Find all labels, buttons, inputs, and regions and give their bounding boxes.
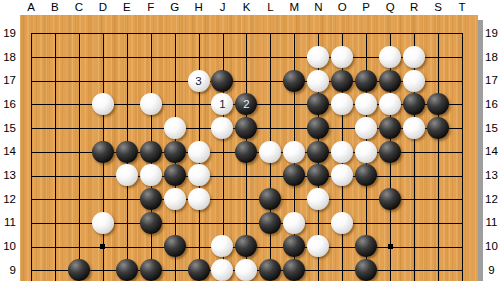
stone-white-K9[interactable] (235, 259, 257, 281)
intersection-D10[interactable] (91, 235, 115, 259)
stone-white-O14[interactable] (331, 141, 353, 163)
stone-black-H9[interactable] (188, 259, 210, 281)
intersection-R17[interactable] (402, 69, 426, 93)
row-number-left-15: 15 (0, 122, 16, 135)
stone-black-L9[interactable] (259, 259, 281, 281)
intersection-G18[interactable] (163, 45, 187, 69)
column-letter-B: B (43, 1, 67, 14)
intersection-O13[interactable] (330, 164, 354, 188)
stone-black-Q15[interactable] (379, 117, 401, 139)
intersection-O17[interactable] (330, 69, 354, 93)
intersection-T14[interactable] (450, 140, 474, 164)
intersection-D11[interactable] (91, 211, 115, 235)
intersection-B18[interactable] (43, 45, 67, 69)
intersection-K13[interactable] (234, 164, 258, 188)
intersection-T17[interactable] (450, 69, 474, 93)
intersection-P17[interactable] (354, 69, 378, 93)
stone-white-H14[interactable] (188, 141, 210, 163)
intersection-O14[interactable] (330, 140, 354, 164)
intersection-C17[interactable] (67, 69, 91, 93)
intersection-O11[interactable] (330, 211, 354, 235)
intersection-S12[interactable] (426, 187, 450, 211)
stone-white-N18[interactable] (307, 46, 329, 68)
intersection-C16[interactable] (67, 93, 91, 117)
stone-black-F12[interactable] (140, 188, 162, 210)
intersection-D14[interactable] (91, 140, 115, 164)
intersection-D12[interactable] (91, 187, 115, 211)
intersection-Q9[interactable] (378, 258, 402, 281)
intersection-K19[interactable] (234, 21, 258, 45)
stone-white-M11[interactable] (283, 212, 305, 234)
intersection-E12[interactable] (115, 187, 139, 211)
intersection-L17[interactable] (258, 69, 282, 93)
intersection-O10[interactable] (330, 235, 354, 259)
intersection-N14[interactable] (306, 140, 330, 164)
intersection-C11[interactable] (67, 211, 91, 235)
intersection-T18[interactable] (450, 45, 474, 69)
intersection-A19[interactable] (19, 21, 43, 45)
intersection-A15[interactable] (19, 116, 43, 140)
stone-black-N13[interactable] (307, 164, 329, 186)
stone-black-M13[interactable] (283, 164, 305, 186)
intersection-M11[interactable] (282, 211, 306, 235)
stone-black-P9[interactable] (355, 259, 377, 281)
stone-white-D16[interactable] (92, 93, 114, 115)
intersection-F12[interactable] (139, 187, 163, 211)
stone-white-R18[interactable] (403, 46, 425, 68)
intersection-R11[interactable] (402, 211, 426, 235)
intersection-M16[interactable] (282, 93, 306, 117)
stone-black-S16[interactable] (427, 93, 449, 115)
intersection-Q16[interactable] (378, 93, 402, 117)
intersection-P14[interactable] (354, 140, 378, 164)
intersection-C19[interactable] (67, 21, 91, 45)
stone-white-O13[interactable] (331, 164, 353, 186)
intersection-C10[interactable] (67, 235, 91, 259)
intersection-G12[interactable] (163, 187, 187, 211)
intersection-S15[interactable] (426, 116, 450, 140)
intersection-C13[interactable] (67, 164, 91, 188)
intersection-T9[interactable] (450, 258, 474, 281)
intersection-H19[interactable] (187, 21, 211, 45)
intersection-R13[interactable] (402, 164, 426, 188)
intersection-D16[interactable] (91, 93, 115, 117)
intersection-G14[interactable] (163, 140, 187, 164)
intersection-P18[interactable] (354, 45, 378, 69)
intersection-G10[interactable] (163, 235, 187, 259)
intersection-H14[interactable] (187, 140, 211, 164)
intersection-H10[interactable] (187, 235, 211, 259)
intersection-K12[interactable] (234, 187, 258, 211)
intersection-R16[interactable] (402, 93, 426, 117)
intersection-N16[interactable] (306, 93, 330, 117)
intersection-H17[interactable]: 3 (187, 69, 211, 93)
intersection-J19[interactable] (211, 21, 235, 45)
intersection-T10[interactable] (450, 235, 474, 259)
intersection-L18[interactable] (258, 45, 282, 69)
intersection-S11[interactable] (426, 211, 450, 235)
intersection-S14[interactable] (426, 140, 450, 164)
intersection-K16[interactable]: 2 (234, 93, 258, 117)
intersection-Q18[interactable] (378, 45, 402, 69)
stone-black-R16[interactable] (403, 93, 425, 115)
intersection-O12[interactable] (330, 187, 354, 211)
intersection-B9[interactable] (43, 258, 67, 281)
stone-black-C9[interactable] (68, 259, 90, 281)
intersection-S19[interactable] (426, 21, 450, 45)
move-number-1: 1 (219, 98, 225, 110)
intersection-A13[interactable] (19, 164, 43, 188)
intersection-B15[interactable] (43, 116, 67, 140)
intersection-L19[interactable] (258, 21, 282, 45)
intersection-E18[interactable] (115, 45, 139, 69)
intersection-D9[interactable] (91, 258, 115, 281)
intersection-A16[interactable] (19, 93, 43, 117)
intersection-N9[interactable] (306, 258, 330, 281)
intersection-D17[interactable] (91, 69, 115, 93)
intersection-H13[interactable] (187, 164, 211, 188)
stone-white-J10[interactable] (211, 235, 233, 257)
intersection-R19[interactable] (402, 21, 426, 45)
intersection-M18[interactable] (282, 45, 306, 69)
stone-black-M10[interactable] (283, 235, 305, 257)
stone-white-G15[interactable] (164, 117, 186, 139)
intersection-P16[interactable] (354, 93, 378, 117)
column-letter-J: J (211, 1, 235, 14)
intersection-G19[interactable] (163, 21, 187, 45)
intersection-L13[interactable] (258, 164, 282, 188)
intersection-P12[interactable] (354, 187, 378, 211)
intersection-N17[interactable] (306, 69, 330, 93)
stone-white-H17[interactable]: 3 (188, 70, 210, 92)
stone-black-M17[interactable] (283, 70, 305, 92)
stone-black-O17[interactable] (331, 70, 353, 92)
stone-white-G12[interactable] (164, 188, 186, 210)
stone-black-Q12[interactable] (379, 188, 401, 210)
intersection-F19[interactable] (139, 21, 163, 45)
intersection-Q10[interactable] (378, 235, 402, 259)
stone-black-J17[interactable] (211, 70, 233, 92)
intersection-A14[interactable] (19, 140, 43, 164)
intersection-T15[interactable] (450, 116, 474, 140)
intersection-F18[interactable] (139, 45, 163, 69)
intersection-J12[interactable] (211, 187, 235, 211)
intersection-L12[interactable] (258, 187, 282, 211)
intersection-H16[interactable] (187, 93, 211, 117)
intersection-B14[interactable] (43, 140, 67, 164)
stone-black-G13[interactable] (164, 164, 186, 186)
stone-white-O11[interactable] (331, 212, 353, 234)
intersection-Q14[interactable] (378, 140, 402, 164)
intersection-P10[interactable] (354, 235, 378, 259)
intersection-P9[interactable] (354, 258, 378, 281)
intersection-E19[interactable] (115, 21, 139, 45)
stone-white-O16[interactable] (331, 93, 353, 115)
stone-black-E14[interactable] (116, 141, 138, 163)
row-number-left-17: 17 (0, 74, 16, 87)
intersection-R15[interactable] (402, 116, 426, 140)
intersection-M13[interactable] (282, 164, 306, 188)
board-edge-shadow (478, 20, 483, 281)
intersection-T19[interactable] (450, 21, 474, 45)
intersection-C14[interactable] (67, 140, 91, 164)
intersection-C18[interactable] (67, 45, 91, 69)
intersection-E14[interactable] (115, 140, 139, 164)
intersection-O19[interactable] (330, 21, 354, 45)
stone-black-N15[interactable] (307, 117, 329, 139)
intersection-M9[interactable] (282, 258, 306, 281)
stone-black-L11[interactable] (259, 212, 281, 234)
intersection-T11[interactable] (450, 211, 474, 235)
stone-white-F16[interactable] (140, 93, 162, 115)
intersection-J10[interactable] (211, 235, 235, 259)
intersection-M19[interactable] (282, 21, 306, 45)
intersection-Q12[interactable] (378, 187, 402, 211)
intersection-R14[interactable] (402, 140, 426, 164)
intersection-F13[interactable] (139, 164, 163, 188)
intersection-G16[interactable] (163, 93, 187, 117)
stone-white-Q18[interactable] (379, 46, 401, 68)
stone-black-L12[interactable] (259, 188, 281, 210)
intersection-J13[interactable] (211, 164, 235, 188)
intersection-R10[interactable] (402, 235, 426, 259)
stone-white-R17[interactable] (403, 70, 425, 92)
stone-black-Q14[interactable] (379, 141, 401, 163)
intersection-A12[interactable] (19, 187, 43, 211)
intersection-A17[interactable] (19, 69, 43, 93)
intersection-F15[interactable] (139, 116, 163, 140)
intersection-H15[interactable] (187, 116, 211, 140)
stone-black-F14[interactable] (140, 141, 162, 163)
stone-black-G14[interactable] (164, 141, 186, 163)
stone-white-D11[interactable] (92, 212, 114, 234)
intersection-C15[interactable] (67, 116, 91, 140)
stone-black-D14[interactable] (92, 141, 114, 163)
stone-black-K14[interactable] (235, 141, 257, 163)
intersection-H18[interactable] (187, 45, 211, 69)
intersection-L11[interactable] (258, 211, 282, 235)
hoshi-point-Q10 (388, 244, 393, 249)
intersection-J15[interactable] (211, 116, 235, 140)
stone-white-L14[interactable] (259, 141, 281, 163)
intersection-S17[interactable] (426, 69, 450, 93)
intersection-J16[interactable]: 1 (211, 93, 235, 117)
intersection-J18[interactable] (211, 45, 235, 69)
intersection-Q17[interactable] (378, 69, 402, 93)
intersection-K15[interactable] (234, 116, 258, 140)
intersection-F16[interactable] (139, 93, 163, 117)
intersection-N13[interactable] (306, 164, 330, 188)
stone-black-Q17[interactable] (379, 70, 401, 92)
intersection-R9[interactable] (402, 258, 426, 281)
intersection-E10[interactable] (115, 235, 139, 259)
intersection-G9[interactable] (163, 258, 187, 281)
stone-white-F13[interactable] (140, 164, 162, 186)
stone-black-K16[interactable]: 2 (235, 93, 257, 115)
intersection-O18[interactable] (330, 45, 354, 69)
stone-white-P15[interactable] (355, 117, 377, 139)
column-letter-S: S (426, 1, 450, 14)
board-grid: 312 (19, 21, 474, 281)
intersection-G13[interactable] (163, 164, 187, 188)
intersection-N12[interactable] (306, 187, 330, 211)
stone-white-J15[interactable] (211, 117, 233, 139)
stone-white-M14[interactable] (283, 141, 305, 163)
intersection-B10[interactable] (43, 235, 67, 259)
stone-white-H13[interactable] (188, 164, 210, 186)
stone-white-R15[interactable] (403, 117, 425, 139)
stone-black-E9[interactable] (116, 259, 138, 281)
stone-white-P16[interactable] (355, 93, 377, 115)
stone-black-K10[interactable] (235, 235, 257, 257)
intersection-H12[interactable] (187, 187, 211, 211)
intersection-S18[interactable] (426, 45, 450, 69)
intersection-Q15[interactable] (378, 116, 402, 140)
intersection-R18[interactable] (402, 45, 426, 69)
row-number-right-18: 18 (483, 51, 500, 64)
intersection-B16[interactable] (43, 93, 67, 117)
intersection-T13[interactable] (450, 164, 474, 188)
intersection-P11[interactable] (354, 211, 378, 235)
intersection-N11[interactable] (306, 211, 330, 235)
stone-black-M9[interactable] (283, 259, 305, 281)
row-number-right-13: 13 (483, 169, 500, 182)
intersection-L9[interactable] (258, 258, 282, 281)
intersection-K9[interactable] (234, 258, 258, 281)
intersection-S13[interactable] (426, 164, 450, 188)
stone-black-K15[interactable] (235, 117, 257, 139)
intersection-K17[interactable] (234, 69, 258, 93)
intersection-P19[interactable] (354, 21, 378, 45)
intersection-S16[interactable] (426, 93, 450, 117)
intersection-T16[interactable] (450, 93, 474, 117)
intersection-J11[interactable] (211, 211, 235, 235)
intersection-Q19[interactable] (378, 21, 402, 45)
stone-black-N14[interactable] (307, 141, 329, 163)
intersection-E17[interactable] (115, 69, 139, 93)
intersection-L15[interactable] (258, 116, 282, 140)
stone-black-P13[interactable] (355, 164, 377, 186)
intersection-H9[interactable] (187, 258, 211, 281)
intersection-L16[interactable] (258, 93, 282, 117)
column-letter-P: P (354, 1, 378, 14)
row-number-right-19: 19 (483, 27, 500, 40)
intersection-N18[interactable] (306, 45, 330, 69)
intersection-G11[interactable] (163, 211, 187, 235)
intersection-A9[interactable] (19, 258, 43, 281)
stone-black-P17[interactable] (355, 70, 377, 92)
intersection-F10[interactable] (139, 235, 163, 259)
intersection-M15[interactable] (282, 116, 306, 140)
row-number-right-15: 15 (483, 122, 500, 135)
intersection-E9[interactable] (115, 258, 139, 281)
intersection-O9[interactable] (330, 258, 354, 281)
intersection-F17[interactable] (139, 69, 163, 93)
intersection-J17[interactable] (211, 69, 235, 93)
intersection-L14[interactable] (258, 140, 282, 164)
intersection-D19[interactable] (91, 21, 115, 45)
intersection-C12[interactable] (67, 187, 91, 211)
stone-black-N16[interactable] (307, 93, 329, 115)
intersection-M17[interactable] (282, 69, 306, 93)
intersection-M10[interactable] (282, 235, 306, 259)
stone-white-J16[interactable]: 1 (211, 93, 233, 115)
intersection-A10[interactable] (19, 235, 43, 259)
intersection-D18[interactable] (91, 45, 115, 69)
intersection-C9[interactable] (67, 258, 91, 281)
intersection-G17[interactable] (163, 69, 187, 93)
intersection-O15[interactable] (330, 116, 354, 140)
intersection-F14[interactable] (139, 140, 163, 164)
stone-white-O18[interactable] (331, 46, 353, 68)
intersection-G15[interactable] (163, 116, 187, 140)
intersection-N19[interactable] (306, 21, 330, 45)
intersection-Q13[interactable] (378, 164, 402, 188)
intersection-A11[interactable] (19, 211, 43, 235)
intersection-T12[interactable] (450, 187, 474, 211)
intersection-F11[interactable] (139, 211, 163, 235)
intersection-E16[interactable] (115, 93, 139, 117)
stone-white-N12[interactable] (307, 188, 329, 210)
intersection-J14[interactable] (211, 140, 235, 164)
intersection-B13[interactable] (43, 164, 67, 188)
stone-black-P10[interactable] (355, 235, 377, 257)
stone-black-F11[interactable] (140, 212, 162, 234)
intersection-B12[interactable] (43, 187, 67, 211)
stone-black-G10[interactable] (164, 235, 186, 257)
intersection-S9[interactable] (426, 258, 450, 281)
intersection-D13[interactable] (91, 164, 115, 188)
stone-white-Q16[interactable] (379, 93, 401, 115)
stone-white-N17[interactable] (307, 70, 329, 92)
intersection-K10[interactable] (234, 235, 258, 259)
intersection-K11[interactable] (234, 211, 258, 235)
intersection-L10[interactable] (258, 235, 282, 259)
intersection-K18[interactable] (234, 45, 258, 69)
intersection-B11[interactable] (43, 211, 67, 235)
intersection-E15[interactable] (115, 116, 139, 140)
intersection-E13[interactable] (115, 164, 139, 188)
intersection-P13[interactable] (354, 164, 378, 188)
intersection-D15[interactable] (91, 116, 115, 140)
intersection-K14[interactable] (234, 140, 258, 164)
intersection-F9[interactable] (139, 258, 163, 281)
row-number-left-10: 10 (0, 240, 16, 253)
stone-black-F9[interactable] (140, 259, 162, 281)
stone-white-J9[interactable] (211, 259, 233, 281)
intersection-N10[interactable] (306, 235, 330, 259)
intersection-O16[interactable] (330, 93, 354, 117)
intersection-B19[interactable] (43, 21, 67, 45)
stone-white-N10[interactable] (307, 235, 329, 257)
intersection-E11[interactable] (115, 211, 139, 235)
intersection-B17[interactable] (43, 69, 67, 93)
intersection-P15[interactable] (354, 116, 378, 140)
intersection-A18[interactable] (19, 45, 43, 69)
intersection-M14[interactable] (282, 140, 306, 164)
intersection-H11[interactable] (187, 211, 211, 235)
stone-white-H12[interactable] (188, 188, 210, 210)
intersection-Q11[interactable] (378, 211, 402, 235)
intersection-M12[interactable] (282, 187, 306, 211)
stone-white-E13[interactable] (116, 164, 138, 186)
intersection-N15[interactable] (306, 116, 330, 140)
stone-black-S15[interactable] (427, 117, 449, 139)
intersection-R12[interactable] (402, 187, 426, 211)
intersection-J9[interactable] (211, 258, 235, 281)
intersection-S10[interactable] (426, 235, 450, 259)
stone-white-P14[interactable] (355, 141, 377, 163)
